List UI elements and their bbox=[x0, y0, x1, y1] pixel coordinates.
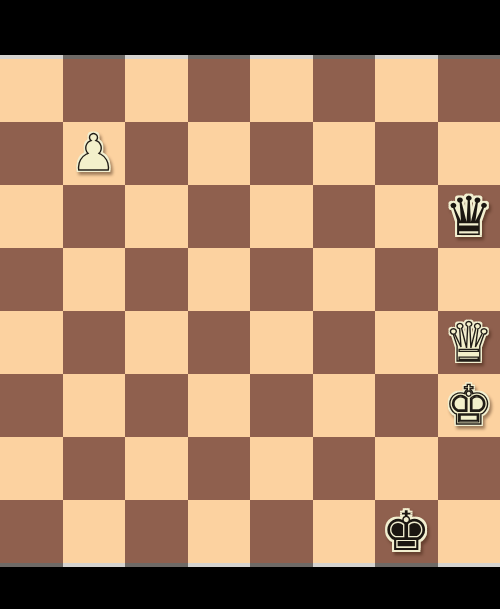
square-b2[interactable] bbox=[63, 437, 126, 500]
square-d5[interactable] bbox=[188, 248, 251, 311]
square-a2[interactable] bbox=[0, 437, 63, 500]
square-b5[interactable] bbox=[63, 248, 126, 311]
square-h3[interactable]: ♚ bbox=[438, 374, 500, 437]
square-e5[interactable] bbox=[250, 248, 313, 311]
square-d7[interactable] bbox=[188, 122, 251, 185]
square-g5[interactable] bbox=[375, 248, 438, 311]
black-queen[interactable]: ♛ bbox=[445, 185, 493, 248]
board-bottom-edge bbox=[0, 563, 500, 567]
square-a4[interactable] bbox=[0, 311, 63, 374]
square-d1[interactable] bbox=[188, 500, 251, 563]
square-e1[interactable] bbox=[250, 500, 313, 563]
edge-segment bbox=[375, 563, 438, 567]
square-f1[interactable] bbox=[313, 500, 376, 563]
square-e7[interactable] bbox=[250, 122, 313, 185]
chess-board: ♟♛♛♚♚ bbox=[0, 59, 500, 563]
square-g8[interactable] bbox=[375, 59, 438, 122]
edge-segment bbox=[313, 563, 376, 567]
edge-segment bbox=[125, 563, 188, 567]
square-a1[interactable] bbox=[0, 500, 63, 563]
square-e4[interactable] bbox=[250, 311, 313, 374]
square-g4[interactable] bbox=[375, 311, 438, 374]
square-b3[interactable] bbox=[63, 374, 126, 437]
square-f5[interactable] bbox=[313, 248, 376, 311]
square-f3[interactable] bbox=[313, 374, 376, 437]
square-h7[interactable] bbox=[438, 122, 500, 185]
top-background bbox=[0, 0, 500, 55]
edge-segment bbox=[63, 563, 126, 567]
square-g6[interactable] bbox=[375, 185, 438, 248]
square-c7[interactable] bbox=[125, 122, 188, 185]
white-pawn[interactable]: ♟ bbox=[71, 122, 116, 185]
square-a3[interactable] bbox=[0, 374, 63, 437]
square-b8[interactable] bbox=[63, 59, 126, 122]
square-e3[interactable] bbox=[250, 374, 313, 437]
square-h8[interactable] bbox=[438, 59, 500, 122]
square-d3[interactable] bbox=[188, 374, 251, 437]
square-e8[interactable] bbox=[250, 59, 313, 122]
square-b7[interactable]: ♟ bbox=[63, 122, 126, 185]
square-c4[interactable] bbox=[125, 311, 188, 374]
square-a6[interactable] bbox=[0, 185, 63, 248]
square-c5[interactable] bbox=[125, 248, 188, 311]
square-h5[interactable] bbox=[438, 248, 500, 311]
square-h2[interactable] bbox=[438, 437, 500, 500]
square-c8[interactable] bbox=[125, 59, 188, 122]
square-f6[interactable] bbox=[313, 185, 376, 248]
square-a5[interactable] bbox=[0, 248, 63, 311]
square-f4[interactable] bbox=[313, 311, 376, 374]
edge-segment bbox=[250, 563, 313, 567]
edge-segment bbox=[438, 563, 500, 567]
bottom-background bbox=[0, 567, 500, 609]
square-g2[interactable] bbox=[375, 437, 438, 500]
square-d8[interactable] bbox=[188, 59, 251, 122]
square-b4[interactable] bbox=[63, 311, 126, 374]
square-e2[interactable] bbox=[250, 437, 313, 500]
square-g7[interactable] bbox=[375, 122, 438, 185]
square-h1[interactable] bbox=[438, 500, 500, 563]
square-d6[interactable] bbox=[188, 185, 251, 248]
edge-segment bbox=[0, 563, 63, 567]
square-b1[interactable] bbox=[63, 500, 126, 563]
square-a7[interactable] bbox=[0, 122, 63, 185]
square-g3[interactable] bbox=[375, 374, 438, 437]
square-b6[interactable] bbox=[63, 185, 126, 248]
square-h6[interactable]: ♛ bbox=[438, 185, 500, 248]
square-h4[interactable]: ♛ bbox=[438, 311, 500, 374]
square-d4[interactable] bbox=[188, 311, 251, 374]
square-f7[interactable] bbox=[313, 122, 376, 185]
square-c3[interactable] bbox=[125, 374, 188, 437]
square-c1[interactable] bbox=[125, 500, 188, 563]
edge-segment bbox=[188, 563, 251, 567]
square-c6[interactable] bbox=[125, 185, 188, 248]
square-g1[interactable]: ♚ bbox=[375, 500, 438, 563]
square-f8[interactable] bbox=[313, 59, 376, 122]
square-a8[interactable] bbox=[0, 59, 63, 122]
square-c2[interactable] bbox=[125, 437, 188, 500]
chess-app-window: ♟♛♛♚♚ bbox=[0, 0, 500, 609]
square-e6[interactable] bbox=[250, 185, 313, 248]
black-king[interactable]: ♚ bbox=[382, 500, 430, 563]
square-d2[interactable] bbox=[188, 437, 251, 500]
white-king[interactable]: ♚ bbox=[445, 374, 493, 437]
white-queen[interactable]: ♛ bbox=[445, 311, 493, 374]
square-f2[interactable] bbox=[313, 437, 376, 500]
